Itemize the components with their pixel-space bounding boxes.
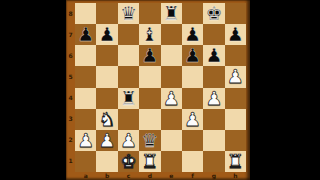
square-f6[interactable]: ♟ [182, 45, 203, 66]
square-b3[interactable]: ♞ [96, 109, 117, 130]
square-e2[interactable] [161, 130, 182, 151]
file-label-d: d [139, 172, 160, 180]
square-a1[interactable] [75, 151, 96, 172]
black-pawn: ♟ [205, 46, 222, 65]
white-rook: ♜ [141, 151, 158, 170]
square-d5[interactable] [139, 66, 160, 87]
square-h8[interactable] [225, 3, 246, 24]
black-pawn: ♟ [227, 25, 244, 44]
square-c7[interactable] [118, 24, 139, 45]
file-label-a: a [75, 172, 96, 180]
rank-label-4: 4 [66, 88, 75, 109]
square-a8[interactable] [75, 3, 96, 24]
rank-label-6: 6 [66, 45, 75, 66]
square-b6[interactable] [96, 45, 117, 66]
square-d1[interactable]: ♜ [139, 151, 160, 172]
square-b1[interactable] [96, 151, 117, 172]
square-d6[interactable]: ♟ [139, 45, 160, 66]
square-g4[interactable]: ♟ [203, 88, 224, 109]
black-king: ♚ [205, 4, 222, 23]
white-pawn: ♟ [120, 130, 137, 149]
square-g8[interactable]: ♚ [203, 3, 224, 24]
square-c4[interactable]: ♜ [118, 88, 139, 109]
file-label-e: e [161, 172, 182, 180]
file-label-b: b [96, 172, 117, 180]
black-bishop: ♝ [141, 25, 158, 44]
square-c3[interactable] [118, 109, 139, 130]
black-queen: ♛ [141, 130, 158, 149]
square-e4[interactable]: ♟ [161, 88, 182, 109]
square-c8[interactable]: ♛ [118, 3, 139, 24]
square-f8[interactable] [182, 3, 203, 24]
square-e8[interactable]: ♜ [161, 3, 182, 24]
square-f5[interactable] [182, 66, 203, 87]
black-pawn: ♟ [99, 25, 116, 44]
square-d2[interactable]: ♛ [139, 130, 160, 151]
file-coordinates: abcdefgh [75, 172, 246, 180]
chess-board-frame: 87654321 abcdefgh ♛♜♚♟♟♝♟♟♟♟♟♟♜♟♟♞♟♟♟♟♛♚… [66, 0, 250, 180]
white-pawn: ♟ [163, 88, 180, 107]
black-rook: ♜ [163, 4, 180, 23]
rank-label-7: 7 [66, 24, 75, 45]
square-d8[interactable] [139, 3, 160, 24]
white-rook: ♜ [227, 151, 244, 170]
square-g3[interactable] [203, 109, 224, 130]
square-h2[interactable] [225, 130, 246, 151]
square-f2[interactable] [182, 130, 203, 151]
square-g5[interactable] [203, 66, 224, 87]
square-f7[interactable]: ♟ [182, 24, 203, 45]
square-g1[interactable] [203, 151, 224, 172]
rank-label-3: 3 [66, 109, 75, 130]
square-a3[interactable] [75, 109, 96, 130]
white-pawn: ♟ [227, 67, 244, 86]
file-label-f: f [182, 172, 203, 180]
screenshot-root: { "game": "chess", "position": { "fen": … [0, 0, 320, 180]
white-pawn: ♟ [205, 88, 222, 107]
square-h7[interactable]: ♟ [225, 24, 246, 45]
square-g7[interactable] [203, 24, 224, 45]
square-f1[interactable] [182, 151, 203, 172]
square-h1[interactable]: ♜ [225, 151, 246, 172]
white-pawn: ♟ [99, 130, 116, 149]
black-pawn: ♟ [184, 46, 201, 65]
square-f3[interactable]: ♟ [182, 109, 203, 130]
square-h5[interactable]: ♟ [225, 66, 246, 87]
rank-label-5: 5 [66, 66, 75, 87]
white-pawn: ♟ [184, 109, 201, 128]
square-c2[interactable]: ♟ [118, 130, 139, 151]
square-e7[interactable] [161, 24, 182, 45]
square-b2[interactable]: ♟ [96, 130, 117, 151]
letterbox-left [0, 0, 66, 180]
square-h3[interactable] [225, 109, 246, 130]
letterbox-right [250, 0, 320, 180]
black-rook: ♜ [120, 88, 137, 107]
square-c1[interactable]: ♚ [118, 151, 139, 172]
square-c5[interactable] [118, 66, 139, 87]
white-knight: ♞ [99, 109, 116, 128]
square-d4[interactable] [139, 88, 160, 109]
square-a6[interactable] [75, 45, 96, 66]
square-g2[interactable] [203, 130, 224, 151]
square-b4[interactable] [96, 88, 117, 109]
rank-label-1: 1 [66, 151, 75, 172]
square-a4[interactable] [75, 88, 96, 109]
square-h4[interactable] [225, 88, 246, 109]
white-king: ♚ [120, 151, 137, 170]
rank-label-2: 2 [66, 130, 75, 151]
black-queen: ♛ [120, 4, 137, 23]
square-a2[interactable]: ♟ [75, 130, 96, 151]
square-e1[interactable] [161, 151, 182, 172]
square-f4[interactable] [182, 88, 203, 109]
square-d3[interactable] [139, 109, 160, 130]
square-h6[interactable] [225, 45, 246, 66]
square-e3[interactable] [161, 109, 182, 130]
file-label-c: c [118, 172, 139, 180]
black-pawn: ♟ [141, 46, 158, 65]
square-a5[interactable] [75, 66, 96, 87]
file-label-h: h [225, 172, 246, 180]
black-pawn: ♟ [77, 25, 94, 44]
square-b7[interactable]: ♟ [96, 24, 117, 45]
chess-board: ♛♜♚♟♟♝♟♟♟♟♟♟♜♟♟♞♟♟♟♟♛♚♜♜ [75, 3, 246, 172]
square-g6[interactable]: ♟ [203, 45, 224, 66]
square-b8[interactable] [96, 3, 117, 24]
square-b5[interactable] [96, 66, 117, 87]
white-pawn: ♟ [77, 130, 94, 149]
file-label-g: g [203, 172, 224, 180]
square-c6[interactable] [118, 45, 139, 66]
square-d7[interactable]: ♝ [139, 24, 160, 45]
rank-label-8: 8 [66, 3, 75, 24]
square-e6[interactable] [161, 45, 182, 66]
black-pawn: ♟ [184, 25, 201, 44]
rank-coordinates: 87654321 [66, 3, 75, 172]
square-e5[interactable] [161, 66, 182, 87]
square-a7[interactable]: ♟ [75, 24, 96, 45]
